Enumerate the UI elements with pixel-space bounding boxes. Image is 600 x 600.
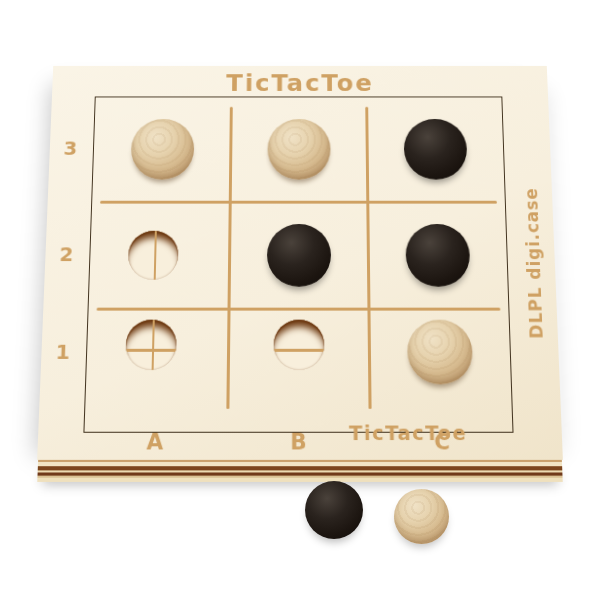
- product-photo-scene: TicTacToe 3 2 1: [0, 0, 600, 600]
- lower-layer-grid-line: [125, 349, 176, 351]
- row-label-3: 3: [49, 137, 91, 160]
- wood-ball[interactable]: [267, 119, 330, 180]
- black-ball[interactable]: [266, 224, 330, 287]
- board-brand-text: DLPL digi.case: [521, 174, 550, 353]
- black-ball[interactable]: [405, 224, 470, 287]
- row-label-1: 1: [41, 340, 84, 364]
- tictactoe-board: TicTacToe 3 2 1: [36, 66, 564, 482]
- column-label-b: B: [227, 430, 371, 457]
- empty-hole[interactable]: [125, 320, 177, 370]
- empty-hole[interactable]: [273, 320, 324, 370]
- loose-wood-ball[interactable]: [394, 489, 449, 544]
- loose-piece-slot: [394, 489, 449, 544]
- cell-A3[interactable]: [92, 97, 231, 202]
- lower-layer-grid-line: [273, 349, 324, 351]
- playing-field: TicTacToe: [83, 96, 513, 432]
- plywood-edge: [37, 460, 563, 482]
- lower-layer-grid-line: [153, 231, 157, 280]
- cell-C3[interactable]: [366, 97, 505, 202]
- board-cells: [84, 97, 512, 431]
- cell-B2[interactable]: [229, 202, 369, 309]
- wood-ball[interactable]: [406, 320, 472, 385]
- empty-hole[interactable]: [127, 231, 178, 280]
- cell-B3[interactable]: [230, 97, 368, 202]
- wood-ball[interactable]: [130, 119, 194, 180]
- column-label-a: A: [83, 430, 227, 457]
- cell-B1[interactable]: [227, 309, 370, 432]
- lower-layer-grid-line: [151, 320, 155, 370]
- column-labels: A B C: [83, 430, 515, 457]
- cell-C2[interactable]: [367, 202, 508, 309]
- loose-piece-slot: [305, 481, 363, 539]
- black-ball[interactable]: [403, 119, 467, 180]
- board-surface: TicTacToe 3 2 1: [37, 66, 563, 460]
- loose-black-ball[interactable]: [305, 481, 363, 539]
- board-title-top: TicTacToe: [52, 70, 548, 97]
- column-label-c: C: [370, 430, 514, 457]
- cell-C1[interactable]: [368, 309, 512, 432]
- row-label-2: 2: [45, 242, 88, 266]
- cell-A2[interactable]: [89, 202, 230, 309]
- cell-A1[interactable]: [84, 309, 228, 432]
